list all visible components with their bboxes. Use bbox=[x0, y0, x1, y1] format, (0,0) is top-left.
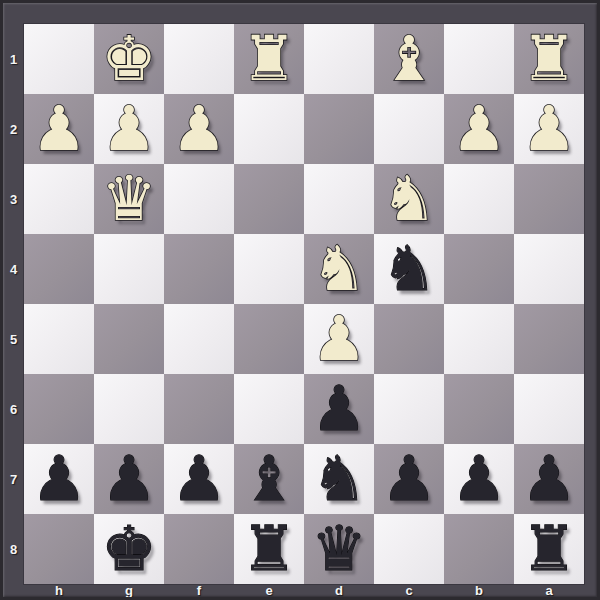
file-labels: h g f e d c b a bbox=[24, 582, 584, 599]
square-e3[interactable] bbox=[234, 164, 304, 234]
piece-black-pawn: ♟ bbox=[311, 374, 367, 444]
piece-white-pawn: ♟ bbox=[521, 94, 577, 164]
piece-white-pawn: ♟ bbox=[101, 94, 157, 164]
square-e7[interactable]: ♝ bbox=[234, 444, 304, 514]
piece-white-pawn: ♟ bbox=[311, 304, 367, 374]
square-d5[interactable]: ♟ bbox=[304, 304, 374, 374]
file-label-e: e bbox=[234, 582, 304, 599]
piece-white-rook: ♜ bbox=[521, 24, 577, 94]
piece-white-knight: ♞ bbox=[381, 164, 437, 234]
square-a7[interactable]: ♟ bbox=[514, 444, 584, 514]
square-e8[interactable]: ♜ bbox=[234, 514, 304, 584]
square-a8[interactable]: ♜ bbox=[514, 514, 584, 584]
piece-black-king: ♚ bbox=[101, 514, 157, 584]
square-c6[interactable] bbox=[374, 374, 444, 444]
square-d8[interactable]: ♛ bbox=[304, 514, 374, 584]
file-label-g: g bbox=[94, 582, 164, 599]
square-b4[interactable] bbox=[444, 234, 514, 304]
square-d4[interactable]: ♞ bbox=[304, 234, 374, 304]
rank-label-2: 2 bbox=[3, 94, 24, 164]
piece-white-pawn: ♟ bbox=[451, 94, 507, 164]
square-e4[interactable] bbox=[234, 234, 304, 304]
file-label-d: d bbox=[304, 582, 374, 599]
piece-black-rook: ♜ bbox=[241, 514, 297, 584]
piece-black-knight: ♞ bbox=[311, 444, 367, 514]
square-g4[interactable] bbox=[94, 234, 164, 304]
square-c7[interactable]: ♟ bbox=[374, 444, 444, 514]
square-e6[interactable] bbox=[234, 374, 304, 444]
file-label-f: f bbox=[164, 582, 234, 599]
square-f1[interactable] bbox=[164, 24, 234, 94]
square-b1[interactable] bbox=[444, 24, 514, 94]
piece-white-bishop: ♝ bbox=[381, 24, 437, 94]
piece-white-knight: ♞ bbox=[311, 234, 367, 304]
piece-black-knight: ♞ bbox=[381, 234, 437, 304]
piece-black-pawn: ♟ bbox=[521, 444, 577, 514]
square-d2[interactable] bbox=[304, 94, 374, 164]
square-g1[interactable]: ♚ bbox=[94, 24, 164, 94]
square-c1[interactable]: ♝ bbox=[374, 24, 444, 94]
square-e2[interactable] bbox=[234, 94, 304, 164]
rank-label-6: 6 bbox=[3, 374, 24, 444]
square-g2[interactable]: ♟ bbox=[94, 94, 164, 164]
rank-label-1: 1 bbox=[3, 24, 24, 94]
rank-labels: 1 2 3 4 5 6 7 8 bbox=[3, 24, 24, 584]
square-g6[interactable] bbox=[94, 374, 164, 444]
square-d3[interactable] bbox=[304, 164, 374, 234]
square-a2[interactable]: ♟ bbox=[514, 94, 584, 164]
piece-black-pawn: ♟ bbox=[171, 444, 227, 514]
square-h4[interactable] bbox=[24, 234, 94, 304]
square-d1[interactable] bbox=[304, 24, 374, 94]
chess-board: ♚ ♜ ♝ ♜ ♟ ♟ ♟ ♟ ♟ ♛ ♞ ♞ ♞ bbox=[24, 24, 584, 584]
rank-label-5: 5 bbox=[3, 304, 24, 374]
chess-board-frame: 1 2 3 4 5 6 7 8 ♚ ♜ ♝ ♜ ♟ ♟ ♟ ♟ ♟ ♛ ♞ bbox=[0, 0, 600, 600]
piece-black-queen: ♛ bbox=[311, 514, 367, 584]
square-f2[interactable]: ♟ bbox=[164, 94, 234, 164]
file-label-h: h bbox=[24, 582, 94, 599]
square-h7[interactable]: ♟ bbox=[24, 444, 94, 514]
square-b7[interactable]: ♟ bbox=[444, 444, 514, 514]
square-a5[interactable] bbox=[514, 304, 584, 374]
square-h3[interactable] bbox=[24, 164, 94, 234]
piece-white-king: ♚ bbox=[101, 24, 157, 94]
rank-label-7: 7 bbox=[3, 444, 24, 514]
square-h5[interactable] bbox=[24, 304, 94, 374]
square-f7[interactable]: ♟ bbox=[164, 444, 234, 514]
square-d7[interactable]: ♞ bbox=[304, 444, 374, 514]
piece-white-pawn: ♟ bbox=[31, 94, 87, 164]
piece-black-rook: ♜ bbox=[521, 514, 577, 584]
square-h2[interactable]: ♟ bbox=[24, 94, 94, 164]
square-h6[interactable] bbox=[24, 374, 94, 444]
square-g5[interactable] bbox=[94, 304, 164, 374]
piece-white-queen: ♛ bbox=[101, 164, 157, 234]
square-f6[interactable] bbox=[164, 374, 234, 444]
square-c3[interactable]: ♞ bbox=[374, 164, 444, 234]
file-label-a: a bbox=[514, 582, 584, 599]
square-f8[interactable] bbox=[164, 514, 234, 584]
rank-label-4: 4 bbox=[3, 234, 24, 304]
square-d6[interactable]: ♟ bbox=[304, 374, 374, 444]
square-a4[interactable] bbox=[514, 234, 584, 304]
square-a1[interactable]: ♜ bbox=[514, 24, 584, 94]
square-c4[interactable]: ♞ bbox=[374, 234, 444, 304]
square-f5[interactable] bbox=[164, 304, 234, 374]
piece-black-pawn: ♟ bbox=[31, 444, 87, 514]
file-label-c: c bbox=[374, 582, 444, 599]
piece-black-pawn: ♟ bbox=[381, 444, 437, 514]
square-f3[interactable] bbox=[164, 164, 234, 234]
square-g7[interactable]: ♟ bbox=[94, 444, 164, 514]
square-g3[interactable]: ♛ bbox=[94, 164, 164, 234]
piece-black-bishop: ♝ bbox=[241, 444, 297, 514]
square-b2[interactable]: ♟ bbox=[444, 94, 514, 164]
square-h8[interactable] bbox=[24, 514, 94, 584]
square-h1[interactable] bbox=[24, 24, 94, 94]
square-g8[interactable]: ♚ bbox=[94, 514, 164, 584]
square-a6[interactable] bbox=[514, 374, 584, 444]
square-b8[interactable] bbox=[444, 514, 514, 584]
square-c2[interactable] bbox=[374, 94, 444, 164]
square-c5[interactable] bbox=[374, 304, 444, 374]
square-b5[interactable] bbox=[444, 304, 514, 374]
square-e1[interactable]: ♜ bbox=[234, 24, 304, 94]
square-c8[interactable] bbox=[374, 514, 444, 584]
square-b6[interactable] bbox=[444, 374, 514, 444]
piece-black-pawn: ♟ bbox=[101, 444, 157, 514]
piece-white-rook: ♜ bbox=[241, 24, 297, 94]
square-e5[interactable] bbox=[234, 304, 304, 374]
square-a3[interactable] bbox=[514, 164, 584, 234]
rank-label-8: 8 bbox=[3, 514, 24, 584]
file-label-b: b bbox=[444, 582, 514, 599]
square-b3[interactable] bbox=[444, 164, 514, 234]
rank-label-3: 3 bbox=[3, 164, 24, 234]
piece-black-pawn: ♟ bbox=[451, 444, 507, 514]
square-f4[interactable] bbox=[164, 234, 234, 304]
piece-white-pawn: ♟ bbox=[171, 94, 227, 164]
